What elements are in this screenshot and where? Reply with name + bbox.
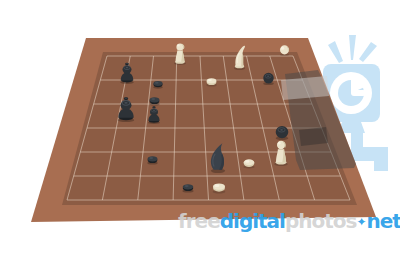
white-ball[interactable] bbox=[278, 45, 291, 56]
white-flat[interactable] bbox=[211, 182, 227, 194]
black-pawn[interactable] bbox=[146, 104, 162, 124]
watermark-diamond-icon: ✦ bbox=[356, 215, 366, 229]
white-flat[interactable] bbox=[205, 77, 218, 87]
black-flat[interactable] bbox=[152, 80, 164, 89]
black-pawn[interactable] bbox=[118, 60, 136, 84]
stock-photo-preview: freedigitalphotos✦net bbox=[0, 0, 400, 261]
watermark-net: net bbox=[367, 209, 400, 233]
watermark-digital: digital bbox=[220, 209, 285, 233]
watermark-photos: photos bbox=[285, 209, 357, 233]
white-pawn[interactable] bbox=[172, 41, 188, 65]
black-ball[interactable] bbox=[261, 72, 276, 85]
watermark-free: free bbox=[178, 209, 220, 233]
white-pawn[interactable] bbox=[272, 138, 290, 166]
white-flat[interactable] bbox=[242, 158, 256, 169]
white-knight[interactable] bbox=[231, 43, 248, 70]
black-drop[interactable] bbox=[207, 141, 229, 173]
black-flat[interactable] bbox=[181, 183, 195, 193]
black-flat[interactable] bbox=[146, 155, 159, 165]
black-pawn[interactable] bbox=[115, 94, 137, 122]
watermark-text: freedigitalphotos✦net bbox=[178, 209, 400, 233]
